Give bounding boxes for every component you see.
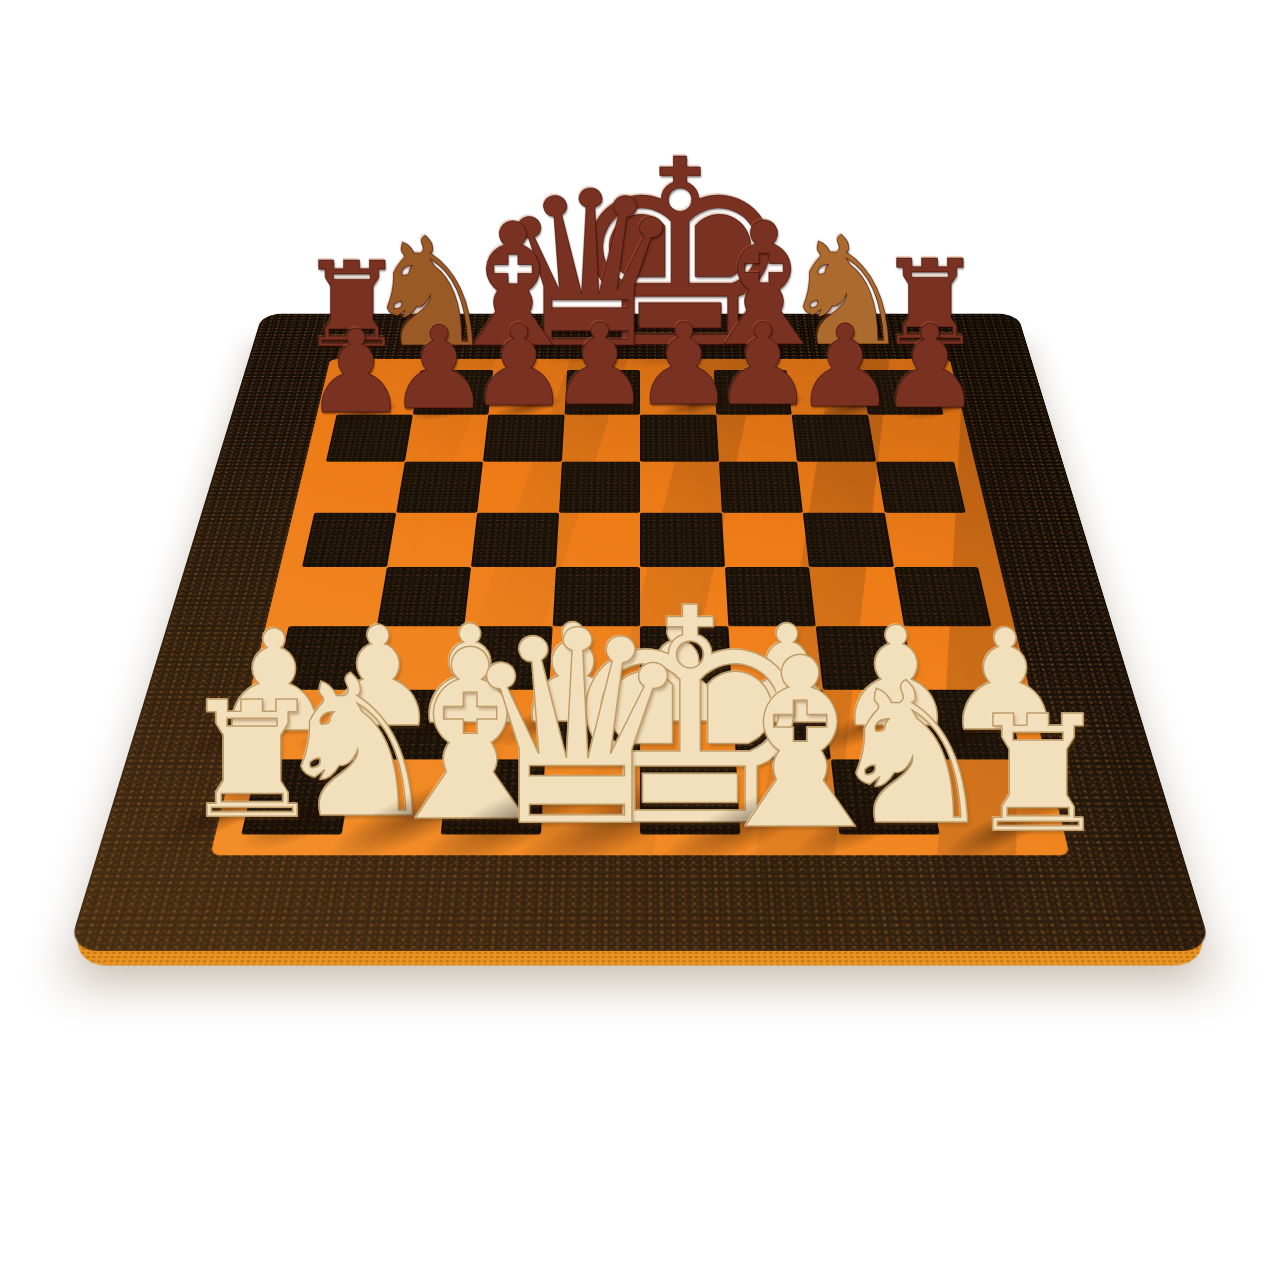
photo-stage: ♜♞♝♛♚♝♞♜♟♟♟♟♟♟♟♟♟♟♟♟♟♟♟♟♜♞♝♛♚♝♞♜	[0, 0, 1280, 1280]
square-h5[interactable]	[884, 512, 978, 567]
square-a5[interactable]	[302, 512, 396, 567]
piece-white-queen-d1[interactable]: ♛	[457, 595, 697, 863]
square-c5[interactable]	[471, 512, 559, 567]
square-e6[interactable]	[640, 462, 721, 513]
piece-white-rook-h1[interactable]: ♜	[966, 695, 1109, 855]
square-a6[interactable]	[314, 462, 404, 513]
square-b6[interactable]	[396, 462, 483, 513]
square-d6[interactable]	[559, 462, 640, 513]
piece-brown-pawn-a7[interactable]: ♟	[304, 315, 407, 430]
square-h6[interactable]	[876, 462, 966, 513]
piece-white-bishop-f1[interactable]: ♝	[695, 627, 906, 862]
square-c6[interactable]	[477, 462, 561, 513]
square-f6[interactable]	[719, 462, 803, 513]
piece-brown-pawn-h7[interactable]: ♟	[878, 310, 981, 425]
piece-white-rook-a1[interactable]: ♜	[180, 681, 323, 841]
square-b5[interactable]	[387, 512, 478, 567]
square-g6[interactable]	[797, 462, 884, 513]
